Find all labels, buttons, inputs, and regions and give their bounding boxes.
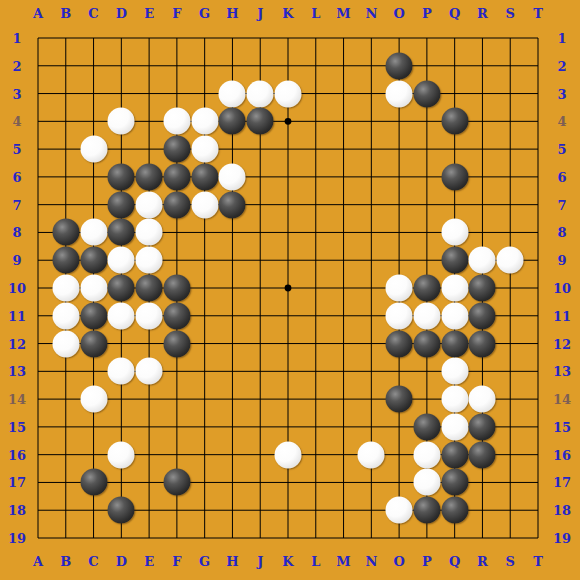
col-label-bottom: J (257, 554, 263, 569)
row-label-right: 12 (553, 336, 571, 351)
col-label-top: O (393, 6, 404, 21)
stone-white (52, 302, 79, 329)
row-label-right: 14 (553, 392, 571, 407)
row-label-left: 3 (12, 86, 21, 101)
stone-white (275, 80, 302, 107)
stone-black (219, 191, 246, 218)
stone-white (80, 275, 107, 302)
row-label-right: 10 (553, 281, 571, 296)
stone-white (136, 358, 163, 385)
col-label-top: C (88, 6, 98, 21)
col-label-bottom: H (226, 554, 238, 569)
stone-white (386, 275, 413, 302)
stone-black (413, 497, 440, 524)
stone-black (136, 163, 163, 190)
stone-white (441, 413, 468, 440)
stone-white (386, 302, 413, 329)
stone-white (108, 441, 135, 468)
stone-black (386, 386, 413, 413)
row-label-left: 14 (8, 392, 26, 407)
stone-white (386, 497, 413, 524)
row-label-right: 5 (557, 142, 566, 157)
stone-white (80, 136, 107, 163)
col-label-top: H (226, 6, 238, 21)
stone-black (136, 275, 163, 302)
col-label-bottom: P (422, 554, 432, 569)
col-label-bottom: B (60, 554, 71, 569)
row-label-right: 9 (557, 253, 566, 268)
row-label-right: 8 (557, 225, 566, 240)
stone-black (386, 330, 413, 357)
stone-white (219, 163, 246, 190)
row-label-left: 15 (8, 419, 26, 434)
stone-black (163, 136, 190, 163)
stone-white (191, 136, 218, 163)
row-label-left: 8 (12, 225, 21, 240)
row-label-left: 18 (8, 503, 26, 518)
stone-white (80, 386, 107, 413)
row-label-right: 13 (553, 364, 571, 379)
stone-black (413, 330, 440, 357)
stone-black (80, 469, 107, 496)
stone-black (441, 108, 468, 135)
stone-white (441, 275, 468, 302)
stone-black (413, 413, 440, 440)
col-label-top: A (33, 6, 43, 21)
stone-black (441, 469, 468, 496)
stone-black (52, 219, 79, 246)
stone-black (108, 163, 135, 190)
col-label-top: Q (449, 6, 460, 21)
col-label-bottom: N (365, 554, 377, 569)
row-label-left: 6 (12, 169, 21, 184)
stone-white (108, 247, 135, 274)
row-label-left: 16 (8, 447, 26, 462)
stone-black (469, 441, 496, 468)
row-label-right: 18 (553, 503, 571, 518)
stone-black (52, 247, 79, 274)
stone-black (219, 108, 246, 135)
row-label-left: 1 (12, 31, 21, 46)
col-label-bottom: E (144, 554, 154, 569)
col-label-top: R (477, 6, 488, 21)
row-label-right: 7 (557, 197, 566, 212)
row-label-left: 2 (12, 58, 21, 73)
col-label-top: N (365, 6, 377, 21)
col-label-bottom: Q (449, 554, 460, 569)
col-label-top: D (116, 6, 127, 21)
stone-white (275, 441, 302, 468)
col-label-bottom: A (33, 554, 43, 569)
row-label-left: 5 (12, 142, 21, 157)
row-label-left: 9 (12, 253, 21, 268)
row-label-right: 1 (557, 31, 566, 46)
stone-white (52, 330, 79, 357)
stone-white (191, 191, 218, 218)
stone-black (80, 330, 107, 357)
col-label-top: B (60, 6, 71, 21)
col-label-top: J (257, 6, 263, 21)
go-board[interactable]: AABBCCDDEEFFGGHHJJKKLLMMNNOOPPQQRRSSTT11… (0, 0, 580, 580)
stone-black (163, 302, 190, 329)
col-label-top: L (311, 6, 320, 21)
col-label-bottom: G (199, 554, 210, 569)
col-label-bottom: K (282, 554, 293, 569)
stone-white (219, 80, 246, 107)
row-label-left: 11 (8, 308, 26, 323)
stone-black (163, 163, 190, 190)
col-label-top: P (422, 6, 432, 21)
stone-white (441, 358, 468, 385)
stone-white (191, 108, 218, 135)
row-label-right: 15 (553, 419, 571, 434)
stone-black (163, 275, 190, 302)
col-label-bottom: R (477, 554, 488, 569)
stone-black (441, 497, 468, 524)
stone-black (469, 275, 496, 302)
stone-black (191, 163, 218, 190)
stone-black (108, 275, 135, 302)
col-label-top: G (199, 6, 210, 21)
stone-white (136, 247, 163, 274)
col-label-bottom: T (533, 554, 543, 569)
stone-black (108, 497, 135, 524)
stone-white (108, 358, 135, 385)
col-label-bottom: M (336, 554, 350, 569)
stone-white (136, 191, 163, 218)
stone-white (358, 441, 385, 468)
stone-white (108, 302, 135, 329)
stone-white (469, 247, 496, 274)
stone-black (108, 219, 135, 246)
col-label-bottom: D (116, 554, 127, 569)
stone-white (80, 219, 107, 246)
stone-white (136, 302, 163, 329)
row-label-right: 4 (557, 114, 566, 129)
stone-white (497, 247, 524, 274)
stone-black (469, 302, 496, 329)
stone-black (163, 191, 190, 218)
row-label-left: 10 (8, 281, 26, 296)
col-label-bottom: S (506, 554, 515, 569)
col-label-top: S (506, 6, 515, 21)
row-label-right: 11 (553, 308, 571, 323)
stone-black (441, 163, 468, 190)
col-label-bottom: O (393, 554, 404, 569)
col-label-top: T (533, 6, 543, 21)
row-label-left: 17 (8, 475, 26, 490)
stone-black (469, 413, 496, 440)
col-label-top: E (144, 6, 154, 21)
stone-white (413, 469, 440, 496)
stone-black (108, 191, 135, 218)
row-label-right: 3 (557, 86, 566, 101)
stone-white (441, 302, 468, 329)
col-label-top: M (336, 6, 350, 21)
row-label-left: 13 (8, 364, 26, 379)
row-label-right: 6 (557, 169, 566, 184)
stone-black (247, 108, 274, 135)
row-label-left: 4 (12, 114, 21, 129)
stone-black (413, 80, 440, 107)
stone-white (413, 441, 440, 468)
stone-black (441, 247, 468, 274)
stone-black (413, 275, 440, 302)
stone-black (469, 330, 496, 357)
stone-black (163, 330, 190, 357)
stone-white (441, 386, 468, 413)
stone-black (163, 469, 190, 496)
row-label-right: 19 (553, 531, 571, 546)
stone-white (441, 219, 468, 246)
row-label-left: 7 (12, 197, 21, 212)
star-point (285, 285, 292, 292)
stone-black (441, 441, 468, 468)
row-label-right: 2 (557, 58, 566, 73)
row-label-right: 17 (553, 475, 571, 490)
stone-white (386, 80, 413, 107)
row-label-left: 12 (8, 336, 26, 351)
col-label-top: K (282, 6, 293, 21)
col-label-bottom: C (88, 554, 98, 569)
stone-white (52, 275, 79, 302)
star-point (285, 118, 292, 125)
stone-white (108, 108, 135, 135)
row-label-left: 19 (8, 531, 26, 546)
stone-black (386, 52, 413, 79)
stone-white (469, 386, 496, 413)
row-label-right: 16 (553, 447, 571, 462)
stone-white (247, 80, 274, 107)
stone-white (163, 108, 190, 135)
col-label-bottom: L (311, 554, 320, 569)
col-label-bottom: F (172, 554, 181, 569)
stone-black (80, 302, 107, 329)
stone-white (136, 219, 163, 246)
col-label-top: F (172, 6, 181, 21)
stone-white (413, 302, 440, 329)
stone-black (80, 247, 107, 274)
stone-black (441, 330, 468, 357)
